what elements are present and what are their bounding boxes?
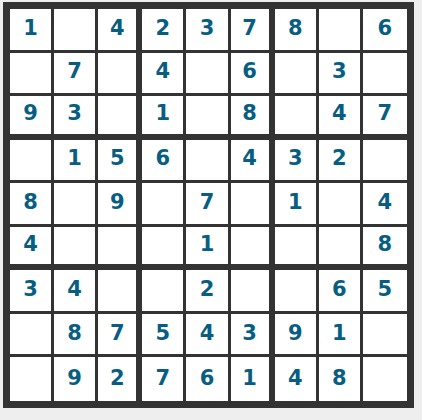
cell-r1c8-empty[interactable] — [319, 9, 363, 53]
cell-r4c5-empty[interactable] — [186, 140, 230, 184]
cell-r3c6-given[interactable]: 8 — [231, 96, 275, 140]
cell-r2c9-empty[interactable] — [363, 53, 407, 97]
cell-r3c7-empty[interactable] — [275, 96, 319, 140]
cell-r5c7-given[interactable]: 1 — [275, 183, 319, 227]
cell-r9c7-given[interactable]: 4 — [275, 357, 319, 401]
cell-r6c1-given[interactable]: 4 — [10, 227, 54, 271]
cell-r4c1-empty[interactable] — [10, 140, 54, 184]
cell-r9c1-empty[interactable] — [10, 357, 54, 401]
cell-r6c5-given[interactable]: 1 — [186, 227, 230, 271]
cell-r4c4-given[interactable]: 6 — [142, 140, 186, 184]
cell-r8c6-given[interactable]: 3 — [231, 314, 275, 358]
cell-r9c9-empty[interactable] — [363, 357, 407, 401]
cell-r9c4-given[interactable]: 7 — [142, 357, 186, 401]
cell-r8c3-given[interactable]: 7 — [98, 314, 142, 358]
cell-r6c6-empty[interactable] — [231, 227, 275, 271]
cell-r2c3-empty[interactable] — [98, 53, 142, 97]
cell-r9c2-given[interactable]: 9 — [54, 357, 98, 401]
cell-r9c3-given[interactable]: 2 — [98, 357, 142, 401]
cell-r3c1-given[interactable]: 9 — [10, 96, 54, 140]
cell-r2c2-given[interactable]: 7 — [54, 53, 98, 97]
cell-r4c2-given[interactable]: 1 — [54, 140, 98, 184]
cell-r5c4-empty[interactable] — [142, 183, 186, 227]
cell-r3c4-given[interactable]: 1 — [142, 96, 186, 140]
cell-r4c6-given[interactable]: 4 — [231, 140, 275, 184]
cell-r1c3-given[interactable]: 4 — [98, 9, 142, 53]
cell-r7c1-given[interactable]: 3 — [10, 270, 54, 314]
cell-r6c8-empty[interactable] — [319, 227, 363, 271]
cell-r1c9-given[interactable]: 6 — [363, 9, 407, 53]
cell-r2c6-given[interactable]: 6 — [231, 53, 275, 97]
cell-r2c7-empty[interactable] — [275, 53, 319, 97]
cell-r5c2-empty[interactable] — [54, 183, 98, 227]
cell-r4c3-given[interactable]: 5 — [98, 140, 142, 184]
cell-r8c8-given[interactable]: 1 — [319, 314, 363, 358]
cell-r5c3-given[interactable]: 9 — [98, 183, 142, 227]
cell-r1c7-given[interactable]: 8 — [275, 9, 319, 53]
cell-r1c1-given[interactable]: 1 — [10, 9, 54, 53]
cell-r7c4-empty[interactable] — [142, 270, 186, 314]
cell-r3c3-empty[interactable] — [98, 96, 142, 140]
cell-r6c2-empty[interactable] — [54, 227, 98, 271]
cell-r5c1-given[interactable]: 8 — [10, 183, 54, 227]
cell-r7c2-given[interactable]: 4 — [54, 270, 98, 314]
cell-r9c8-given[interactable]: 8 — [319, 357, 363, 401]
cell-r8c7-given[interactable]: 9 — [275, 314, 319, 358]
cell-r5c5-given[interactable]: 7 — [186, 183, 230, 227]
cell-r1c4-given[interactable]: 2 — [142, 9, 186, 53]
cell-r1c2-empty[interactable] — [54, 9, 98, 53]
cell-r6c9-given[interactable]: 8 — [363, 227, 407, 271]
cell-r5c8-empty[interactable] — [319, 183, 363, 227]
cell-r3c9-given[interactable]: 7 — [363, 96, 407, 140]
cell-r2c4-given[interactable]: 4 — [142, 53, 186, 97]
cell-r5c9-given[interactable]: 4 — [363, 183, 407, 227]
cell-r6c4-empty[interactable] — [142, 227, 186, 271]
cell-r3c5-empty[interactable] — [186, 96, 230, 140]
cell-r7c9-given[interactable]: 5 — [363, 270, 407, 314]
cell-r3c8-given[interactable]: 4 — [319, 96, 363, 140]
cell-r6c3-empty[interactable] — [98, 227, 142, 271]
cell-r7c8-given[interactable]: 6 — [319, 270, 363, 314]
cell-r8c4-given[interactable]: 5 — [142, 314, 186, 358]
cell-r4c7-given[interactable]: 3 — [275, 140, 319, 184]
cell-r4c9-empty[interactable] — [363, 140, 407, 184]
cell-r6c7-empty[interactable] — [275, 227, 319, 271]
cell-r2c5-empty[interactable] — [186, 53, 230, 97]
cell-r8c1-empty[interactable] — [10, 314, 54, 358]
cell-r7c5-given[interactable]: 2 — [186, 270, 230, 314]
cell-r2c8-given[interactable]: 3 — [319, 53, 363, 97]
cell-r7c6-empty[interactable] — [231, 270, 275, 314]
cell-r1c5-given[interactable]: 3 — [186, 9, 230, 53]
cell-r8c9-empty[interactable] — [363, 314, 407, 358]
cell-r8c5-given[interactable]: 4 — [186, 314, 230, 358]
cell-r2c1-empty[interactable] — [10, 53, 54, 97]
cell-r4c8-given[interactable]: 2 — [319, 140, 363, 184]
sudoku-board: 1423786746393184715643289714418342658754… — [3, 2, 414, 408]
cell-r1c6-given[interactable]: 7 — [231, 9, 275, 53]
cell-r9c5-given[interactable]: 6 — [186, 357, 230, 401]
cell-r7c3-empty[interactable] — [98, 270, 142, 314]
cell-r5c6-empty[interactable] — [231, 183, 275, 227]
cell-r8c2-given[interactable]: 8 — [54, 314, 98, 358]
cell-r9c6-given[interactable]: 1 — [231, 357, 275, 401]
cell-r7c7-empty[interactable] — [275, 270, 319, 314]
cell-r3c2-given[interactable]: 3 — [54, 96, 98, 140]
